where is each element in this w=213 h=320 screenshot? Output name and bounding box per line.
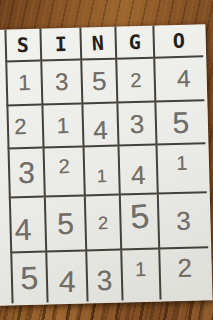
cell-N5: 3 (85, 251, 121, 302)
number: 1 (57, 114, 70, 136)
number: 3 (18, 157, 35, 187)
cell-S2: 2 (6, 106, 42, 150)
cell-S1: 1 (5, 62, 41, 107)
number: 5 (92, 68, 107, 94)
header-letter: G (129, 30, 141, 54)
header-O: O (152, 24, 203, 58)
header-G: G (114, 26, 153, 60)
number: 3 (96, 267, 112, 295)
number: 1 (97, 166, 107, 184)
number: 5 (129, 198, 151, 233)
singo-grid: S I N G O 1 3 5 2 4 2 1 4 3 5 3 2 1 4 1 … (4, 24, 209, 303)
singo-card: S I N G O 1 3 5 2 4 2 1 4 3 5 3 2 1 4 1 … (0, 24, 213, 305)
number: 5 (57, 208, 74, 238)
cell-I2: 1 (41, 105, 82, 149)
cell-G1: 2 (115, 59, 154, 104)
header-letter: N (92, 30, 105, 55)
cell-O1: 4 (153, 57, 204, 102)
cell-G2: 3 (116, 103, 155, 147)
number: 3 (176, 207, 191, 233)
number: 1 (135, 259, 147, 279)
cell-G4: 5 (119, 195, 158, 251)
cell-G5: 1 (120, 250, 159, 301)
cell-I1: 3 (40, 61, 81, 106)
number: 1 (176, 152, 188, 172)
header-letter: O (172, 28, 185, 52)
number: 3 (55, 70, 69, 94)
number: 2 (177, 255, 192, 281)
cell-I3: 2 (43, 148, 84, 198)
cell-S4: 4 (9, 198, 45, 254)
cell-S5: 5 (10, 253, 46, 304)
cell-O3: 1 (156, 144, 207, 194)
cell-N2: 4 (81, 104, 117, 148)
cell-N3: 1 (83, 147, 119, 197)
cell-N4: 2 (84, 196, 120, 252)
header-I: I (39, 28, 80, 62)
number: 2 (14, 115, 27, 137)
number: 4 (14, 214, 31, 244)
number: 1 (18, 72, 31, 94)
number: 2 (130, 70, 142, 90)
number: 5 (172, 107, 189, 137)
number: 2 (98, 213, 108, 231)
header-letter: S (17, 32, 29, 56)
header-S: S (4, 29, 40, 63)
number: 5 (20, 262, 39, 294)
cell-O2: 5 (154, 101, 205, 145)
number: 4 (131, 161, 146, 187)
number: 2 (58, 155, 70, 175)
number: 4 (93, 116, 108, 142)
cell-S3: 3 (8, 149, 44, 199)
cell-O5: 2 (158, 248, 209, 299)
cell-G3: 4 (118, 146, 157, 196)
number: 4 (58, 267, 75, 297)
header-N: N (79, 27, 115, 61)
cell-O4: 3 (157, 193, 208, 249)
number: 3 (129, 110, 144, 136)
header-letter: I (54, 31, 67, 55)
cell-I5: 4 (45, 251, 86, 302)
cell-N1: 5 (80, 60, 116, 105)
number: 4 (177, 67, 191, 91)
cell-I4: 5 (44, 196, 85, 252)
